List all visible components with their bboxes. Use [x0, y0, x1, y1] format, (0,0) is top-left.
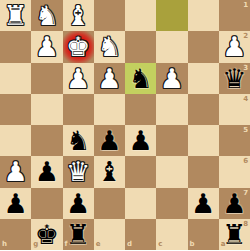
square-b2[interactable]: [188, 31, 219, 62]
black-queen[interactable]: ♛: [219, 63, 250, 94]
file-label-h: h: [2, 241, 7, 248]
square-c3[interactable]: ♟: [156, 63, 187, 94]
square-d5[interactable]: ♟: [125, 125, 156, 156]
square-d2[interactable]: [125, 31, 156, 62]
square-g3[interactable]: [31, 63, 62, 94]
square-a2[interactable]: 2♟: [219, 31, 250, 62]
black-knight[interactable]: ♞: [125, 63, 156, 94]
white-knight[interactable]: ♞: [31, 0, 62, 31]
square-g7[interactable]: [31, 188, 62, 219]
square-b6[interactable]: [188, 156, 219, 187]
square-c7[interactable]: [156, 188, 187, 219]
black-pawn[interactable]: ♟: [188, 188, 219, 219]
square-f2[interactable]: ♚: [63, 31, 94, 62]
chess-board: ♜♞♝1♟♚♞2♟♟♟♞♟3♛4♞♟♟5♟♟♛♝6♟♟♟7♟hg♚f♜edcb8…: [0, 0, 250, 250]
square-g8[interactable]: g♚: [31, 219, 62, 250]
white-pawn[interactable]: ♟: [219, 31, 250, 62]
square-a3[interactable]: 3♛: [219, 63, 250, 94]
square-e4[interactable]: [94, 94, 125, 125]
square-f5[interactable]: ♞: [63, 125, 94, 156]
rank-label-1: 1: [243, 2, 248, 9]
file-label-e: e: [96, 241, 101, 248]
square-e2[interactable]: ♞: [94, 31, 125, 62]
file-label-b: b: [190, 241, 195, 248]
square-c1[interactable]: [156, 0, 187, 31]
square-d8[interactable]: d: [125, 219, 156, 250]
black-bishop[interactable]: ♝: [94, 156, 125, 187]
square-g5[interactable]: [31, 125, 62, 156]
black-pawn[interactable]: ♟: [63, 188, 94, 219]
square-b7[interactable]: ♟: [188, 188, 219, 219]
square-a6[interactable]: 6: [219, 156, 250, 187]
white-pawn[interactable]: ♟: [94, 63, 125, 94]
white-king[interactable]: ♚: [63, 31, 94, 62]
square-g2[interactable]: ♟: [31, 31, 62, 62]
square-d4[interactable]: [125, 94, 156, 125]
square-b4[interactable]: [188, 94, 219, 125]
square-d3[interactable]: ♞: [125, 63, 156, 94]
black-pawn[interactable]: ♟: [31, 156, 62, 187]
square-c2[interactable]: [156, 31, 187, 62]
square-e1[interactable]: [94, 0, 125, 31]
square-a7[interactable]: 7♟: [219, 188, 250, 219]
black-rook[interactable]: ♜: [219, 219, 250, 250]
white-pawn[interactable]: ♟: [156, 63, 187, 94]
square-d6[interactable]: [125, 156, 156, 187]
square-g6[interactable]: ♟: [31, 156, 62, 187]
square-b1[interactable]: [188, 0, 219, 31]
square-h2[interactable]: [0, 31, 31, 62]
square-f4[interactable]: [63, 94, 94, 125]
white-pawn[interactable]: ♟: [31, 31, 62, 62]
square-a1[interactable]: 1: [219, 0, 250, 31]
square-e8[interactable]: e: [94, 219, 125, 250]
square-h3[interactable]: [0, 63, 31, 94]
file-label-d: d: [127, 241, 132, 248]
file-label-c: c: [158, 241, 162, 248]
square-b3[interactable]: [188, 63, 219, 94]
rank-label-5: 5: [243, 127, 248, 134]
square-f6[interactable]: ♛: [63, 156, 94, 187]
square-h8[interactable]: h: [0, 219, 31, 250]
black-king[interactable]: ♚: [31, 219, 62, 250]
square-e6[interactable]: ♝: [94, 156, 125, 187]
black-pawn[interactable]: ♟: [125, 125, 156, 156]
square-c4[interactable]: [156, 94, 187, 125]
white-bishop[interactable]: ♝: [63, 0, 94, 31]
square-f3[interactable]: ♟: [63, 63, 94, 94]
square-c8[interactable]: c: [156, 219, 187, 250]
white-knight[interactable]: ♞: [94, 31, 125, 62]
square-h1[interactable]: ♜: [0, 0, 31, 31]
white-pawn[interactable]: ♟: [63, 63, 94, 94]
black-knight[interactable]: ♞: [63, 125, 94, 156]
square-f8[interactable]: f♜: [63, 219, 94, 250]
black-pawn[interactable]: ♟: [94, 125, 125, 156]
square-e5[interactable]: ♟: [94, 125, 125, 156]
square-a5[interactable]: 5: [219, 125, 250, 156]
white-rook[interactable]: ♜: [0, 0, 31, 31]
square-d1[interactable]: [125, 0, 156, 31]
rank-label-4: 4: [243, 96, 248, 103]
square-e3[interactable]: ♟: [94, 63, 125, 94]
square-c6[interactable]: [156, 156, 187, 187]
square-f1[interactable]: ♝: [63, 0, 94, 31]
square-e7[interactable]: [94, 188, 125, 219]
square-f7[interactable]: ♟: [63, 188, 94, 219]
square-h5[interactable]: [0, 125, 31, 156]
rank-label-6: 6: [243, 158, 248, 165]
white-queen[interactable]: ♛: [63, 156, 94, 187]
square-a4[interactable]: 4: [219, 94, 250, 125]
square-d7[interactable]: [125, 188, 156, 219]
square-c5[interactable]: [156, 125, 187, 156]
black-rook[interactable]: ♜: [63, 219, 94, 250]
square-h4[interactable]: [0, 94, 31, 125]
square-b8[interactable]: b: [188, 219, 219, 250]
square-g1[interactable]: ♞: [31, 0, 62, 31]
black-pawn[interactable]: ♟: [0, 188, 31, 219]
square-h6[interactable]: ♟: [0, 156, 31, 187]
square-b5[interactable]: [188, 125, 219, 156]
square-g4[interactable]: [31, 94, 62, 125]
square-h7[interactable]: ♟: [0, 188, 31, 219]
black-pawn[interactable]: ♟: [219, 188, 250, 219]
square-a8[interactable]: 8a♜: [219, 219, 250, 250]
white-pawn[interactable]: ♟: [0, 156, 31, 187]
